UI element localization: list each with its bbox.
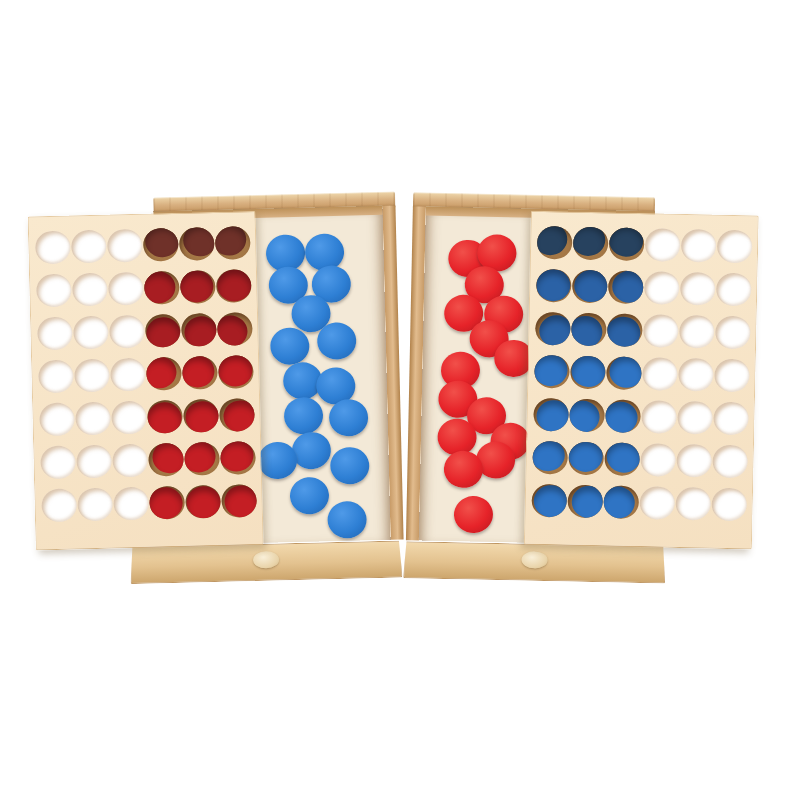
lid-hole-r7c5[interactable] [185, 485, 221, 519]
lid-hole-r5c2[interactable] [569, 399, 605, 433]
blue-disc[interactable] [327, 501, 367, 539]
lid-hole-r3c4[interactable] [145, 314, 181, 348]
lid-hole-r4c6[interactable] [714, 359, 750, 393]
lid-hole-r6c1[interactable] [532, 441, 568, 475]
blue-disc-under-lid [573, 270, 607, 303]
blue-disc[interactable] [257, 442, 298, 481]
lid-hole-r7c6[interactable] [221, 484, 257, 518]
blue-disc-under-lid [533, 485, 567, 518]
lid-hole-r6c2[interactable] [568, 442, 604, 476]
lid-hole-r4c3[interactable] [110, 358, 146, 392]
blue-disc[interactable] [330, 447, 370, 485]
lid-hole-r1c4[interactable] [644, 228, 680, 262]
lid-hole-r6c6[interactable] [712, 445, 748, 479]
red-disc-under-lid [146, 317, 181, 348]
lid-hole-r5c5[interactable] [677, 401, 713, 435]
lid-hole-r5c3[interactable] [111, 401, 147, 435]
lid-hole-r7c1[interactable] [531, 484, 567, 518]
lid-hole-r5c2[interactable] [75, 402, 111, 436]
red-disc-under-lid [152, 443, 184, 474]
blue-disc-under-lid [611, 270, 643, 303]
lid-hole-r4c1[interactable] [534, 355, 570, 389]
lid-hole-r1c2[interactable] [572, 227, 608, 261]
lid-hole-r6c3[interactable] [112, 444, 148, 478]
lid-hole-r1c6[interactable] [214, 226, 250, 260]
storage-tray-blue [256, 216, 388, 538]
lid-hole-r2c4[interactable] [643, 271, 679, 305]
red-disc-under-lid [224, 485, 257, 518]
lid-hole-r1c6[interactable] [716, 230, 752, 264]
lid-hole-r3c5[interactable] [679, 315, 715, 349]
blue-disc-under-lid [536, 226, 567, 256]
lid-hole-grid [29, 212, 263, 550]
lid-hole-r6c5[interactable] [184, 442, 220, 476]
lid-hole-r5c1[interactable] [533, 398, 569, 432]
lid-hole-r7c4[interactable] [149, 486, 185, 520]
blue-disc-under-lid [534, 355, 568, 387]
lid-hole-r6c3[interactable] [604, 442, 640, 476]
drawer-knob[interactable] [253, 551, 279, 569]
red-disc-under-lid [216, 315, 247, 346]
lid-hole-r3c4[interactable] [643, 314, 679, 348]
lid-hole-r1c5[interactable] [680, 229, 716, 263]
blue-disc-under-lid [569, 400, 600, 432]
lid-hole-grid [525, 212, 758, 550]
red-disc-under-lid [184, 316, 217, 347]
blue-disc-under-lid [571, 316, 603, 347]
lid-hole-r3c5[interactable] [181, 313, 217, 347]
blue-disc-under-lid [605, 401, 638, 433]
lid-hole-r6c2[interactable] [76, 445, 112, 479]
board-group-right [397, 192, 783, 598]
lid-hole-r7c2[interactable] [77, 488, 113, 522]
lid-hole-r7c6[interactable] [711, 488, 747, 522]
lid-hole-r2c2[interactable] [571, 270, 607, 304]
lid-hole-r6c4[interactable] [148, 443, 184, 477]
lid-hole-r6c6[interactable] [220, 441, 256, 475]
blue-disc-under-lid [609, 356, 642, 388]
lid-hole-r3c3[interactable] [109, 315, 145, 349]
lid-hole-r4c1[interactable] [38, 359, 74, 393]
blue-disc-under-lid [538, 315, 570, 346]
blue-disc-under-lid [571, 356, 606, 388]
red-disc-under-lid [147, 402, 182, 434]
lid-hole-r4c3[interactable] [606, 356, 642, 390]
lid-hole-r2c5[interactable] [679, 272, 715, 306]
lid-hole-r7c4[interactable] [639, 486, 675, 520]
drawer-knob[interactable] [521, 551, 547, 569]
lid-hole-r7c5[interactable] [675, 487, 711, 521]
lid-hole-r5c1[interactable] [39, 402, 75, 436]
blue-disc-under-lid [532, 441, 565, 472]
red-disc-under-lid [179, 270, 213, 303]
sliding-lid-right[interactable] [524, 211, 759, 550]
sliding-lid-left[interactable] [28, 211, 264, 550]
lid-hole-r5c4[interactable] [147, 400, 183, 434]
blue-disc-under-lid [572, 227, 605, 257]
red-disc-under-lid [182, 356, 215, 388]
lid-hole-r3c1[interactable] [37, 316, 73, 350]
lid-hole-r4c5[interactable] [678, 358, 714, 392]
lid-hole-r2c3[interactable] [107, 272, 143, 306]
blue-disc[interactable] [316, 321, 358, 361]
red-disc-under-lid [185, 401, 219, 433]
red-disc-under-lid [220, 441, 254, 472]
red-disc-under-lid [218, 355, 253, 387]
lid-hole-r6c1[interactable] [40, 445, 76, 479]
lid-hole-r4c2[interactable] [74, 359, 110, 393]
red-disc-under-lid [182, 227, 214, 257]
lid-hole-r2c3[interactable] [607, 270, 643, 304]
blue-disc-under-lid [568, 442, 603, 473]
blue-disc-under-lid [536, 400, 569, 432]
lid-hole-r7c2[interactable] [567, 485, 603, 519]
blue-disc-under-lid [607, 316, 641, 347]
lid-hole-r2c4[interactable] [143, 271, 179, 305]
red-disc-under-lid [184, 442, 216, 473]
scene [0, 0, 800, 800]
lid-hole-r3c2[interactable] [571, 313, 607, 347]
lid-hole-r2c5[interactable] [179, 270, 215, 304]
lid-hole-r5c5[interactable] [183, 399, 219, 433]
red-disc-under-lid [144, 228, 178, 258]
lid-hole-r4c4[interactable] [146, 357, 182, 391]
lid-hole-r4c6[interactable] [218, 355, 254, 389]
blue-disc[interactable] [269, 326, 310, 365]
blue-disc[interactable] [329, 399, 368, 436]
lid-hole-r4c4[interactable] [642, 357, 678, 391]
red-disc-under-lid [149, 487, 183, 520]
lid-hole-r3c6[interactable] [216, 312, 252, 346]
lid-hole-r1c5[interactable] [178, 227, 214, 261]
red-disc-under-lid [216, 269, 251, 302]
lid-hole-r6c5[interactable] [676, 444, 712, 478]
blue-disc-under-lid [606, 442, 640, 473]
lid-hole-r7c1[interactable] [41, 488, 77, 522]
lid-hole-r4c5[interactable] [182, 356, 218, 390]
lid-hole-r4c2[interactable] [570, 356, 606, 390]
lid-hole-r1c3[interactable] [608, 227, 644, 261]
lid-hole-r1c4[interactable] [142, 228, 178, 262]
red-disc[interactable] [453, 495, 494, 534]
lid-hole-r2c1[interactable] [35, 273, 71, 307]
red-disc-under-lid [186, 486, 221, 519]
storage-tray-red [422, 217, 531, 538]
lid-hole-r7c3[interactable] [113, 487, 149, 521]
lid-hole-r3c2[interactable] [73, 316, 109, 350]
lid-hole-r1c1[interactable] [536, 226, 572, 260]
drawer-front [403, 541, 666, 583]
red-disc-under-lid [143, 271, 175, 304]
lid-hole-r5c6[interactable] [219, 398, 255, 432]
board-group-left [21, 191, 409, 598]
blue-disc[interactable] [283, 396, 324, 435]
lid-hole-r3c6[interactable] [714, 316, 750, 350]
lid-hole-r5c4[interactable] [641, 400, 677, 434]
lid-hole-r3c3[interactable] [607, 313, 643, 347]
lid-hole-r3c1[interactable] [535, 312, 571, 346]
lid-hole-r1c1[interactable] [34, 231, 70, 265]
lid-hole-r5c6[interactable] [713, 402, 749, 436]
blue-disc[interactable] [288, 475, 330, 516]
red-disc-under-lid [214, 226, 246, 256]
lid-hole-r1c3[interactable] [106, 229, 142, 263]
lid-hole-r7c3[interactable] [603, 485, 639, 519]
red-disc-under-lid [223, 400, 255, 432]
blue-disc-under-lid [608, 227, 643, 257]
lid-hole-r1c2[interactable] [70, 230, 106, 264]
lid-hole-r6c4[interactable] [640, 443, 676, 477]
lid-hole-r2c6[interactable] [715, 273, 751, 307]
blue-disc-under-lid [571, 486, 603, 519]
lid-hole-r2c2[interactable] [71, 273, 107, 307]
lid-hole-r2c1[interactable] [535, 269, 571, 303]
lid-hole-r2c6[interactable] [215, 269, 251, 303]
blue-disc-under-lid [535, 269, 570, 302]
lid-hole-r5c3[interactable] [605, 399, 641, 433]
blue-disc-under-lid [603, 486, 635, 519]
red-disc-under-lid [146, 357, 177, 389]
